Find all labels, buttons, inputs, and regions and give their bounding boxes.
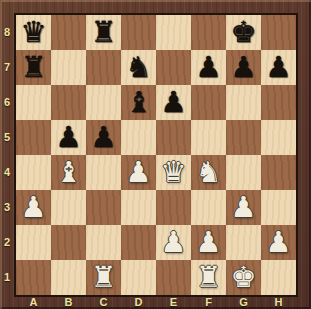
square-g2[interactable] bbox=[226, 225, 261, 260]
square-h7[interactable]: ♟ bbox=[261, 50, 296, 85]
rank-label-1: 1 bbox=[0, 260, 14, 295]
square-g7[interactable]: ♟ bbox=[226, 50, 261, 85]
piece-black-pawn[interactable]: ♟ bbox=[161, 88, 187, 117]
piece-white-queen[interactable]: ♛ bbox=[161, 158, 187, 187]
square-e1[interactable] bbox=[156, 260, 191, 295]
piece-white-pawn[interactable]: ♟ bbox=[21, 193, 47, 222]
square-g3[interactable]: ♟ bbox=[226, 190, 261, 225]
file-label-c: C bbox=[86, 296, 121, 309]
square-b7[interactable] bbox=[51, 50, 86, 85]
square-e4[interactable]: ♛ bbox=[156, 155, 191, 190]
file-label-a: A bbox=[16, 296, 51, 309]
file-label-e: E bbox=[156, 296, 191, 309]
square-d1[interactable] bbox=[121, 260, 156, 295]
square-h8[interactable] bbox=[261, 15, 296, 50]
piece-white-bishop[interactable]: ♝ bbox=[56, 158, 82, 187]
square-c2[interactable] bbox=[86, 225, 121, 260]
square-d2[interactable] bbox=[121, 225, 156, 260]
rank-label-7: 7 bbox=[0, 50, 14, 85]
square-c4[interactable] bbox=[86, 155, 121, 190]
piece-black-pawn[interactable]: ♟ bbox=[231, 53, 257, 82]
square-c8[interactable]: ♜ bbox=[86, 15, 121, 50]
square-e3[interactable] bbox=[156, 190, 191, 225]
piece-white-rook[interactable]: ♜ bbox=[91, 263, 117, 292]
square-g1[interactable]: ♚ bbox=[226, 260, 261, 295]
square-a2[interactable] bbox=[16, 225, 51, 260]
square-c1[interactable]: ♜ bbox=[86, 260, 121, 295]
square-a1[interactable] bbox=[16, 260, 51, 295]
piece-white-pawn[interactable]: ♟ bbox=[196, 228, 222, 257]
piece-black-king[interactable]: ♚ bbox=[231, 18, 257, 47]
file-label-b: B bbox=[51, 296, 86, 309]
chess-board: ♛♜♚♜♞♟♟♟♝♟♟♟♝♟♛♞♟♟♟♟♟♜♜♚ bbox=[14, 13, 298, 297]
square-f2[interactable]: ♟ bbox=[191, 225, 226, 260]
piece-black-rook[interactable]: ♜ bbox=[91, 18, 117, 47]
square-c5[interactable]: ♟ bbox=[86, 120, 121, 155]
piece-black-queen[interactable]: ♛ bbox=[21, 18, 47, 47]
square-e8[interactable] bbox=[156, 15, 191, 50]
square-a3[interactable]: ♟ bbox=[16, 190, 51, 225]
square-g6[interactable] bbox=[226, 85, 261, 120]
square-b2[interactable] bbox=[51, 225, 86, 260]
rank-label-2: 2 bbox=[0, 225, 14, 260]
file-label-f: F bbox=[191, 296, 226, 309]
piece-white-pawn[interactable]: ♟ bbox=[231, 193, 257, 222]
square-d8[interactable] bbox=[121, 15, 156, 50]
piece-white-rook[interactable]: ♜ bbox=[196, 263, 222, 292]
square-g5[interactable] bbox=[226, 120, 261, 155]
square-d6[interactable]: ♝ bbox=[121, 85, 156, 120]
square-g8[interactable]: ♚ bbox=[226, 15, 261, 50]
rank-label-3: 3 bbox=[0, 190, 14, 225]
square-b4[interactable]: ♝ bbox=[51, 155, 86, 190]
square-f6[interactable] bbox=[191, 85, 226, 120]
piece-white-king[interactable]: ♚ bbox=[231, 263, 257, 292]
square-e6[interactable]: ♟ bbox=[156, 85, 191, 120]
square-b3[interactable] bbox=[51, 190, 86, 225]
square-h4[interactable] bbox=[261, 155, 296, 190]
square-f7[interactable]: ♟ bbox=[191, 50, 226, 85]
square-d7[interactable]: ♞ bbox=[121, 50, 156, 85]
square-a4[interactable] bbox=[16, 155, 51, 190]
piece-white-knight[interactable]: ♞ bbox=[196, 158, 222, 187]
piece-black-knight[interactable]: ♞ bbox=[126, 53, 152, 82]
square-a5[interactable] bbox=[16, 120, 51, 155]
square-f3[interactable] bbox=[191, 190, 226, 225]
square-a6[interactable] bbox=[16, 85, 51, 120]
chess-board-frame: ♛♜♚♜♞♟♟♟♝♟♟♟♝♟♛♞♟♟♟♟♟♜♜♚ 87654321ABCDEFG… bbox=[0, 0, 311, 309]
rank-label-8: 8 bbox=[0, 15, 14, 50]
square-c3[interactable] bbox=[86, 190, 121, 225]
square-f5[interactable] bbox=[191, 120, 226, 155]
square-b8[interactable] bbox=[51, 15, 86, 50]
rank-label-6: 6 bbox=[0, 85, 14, 120]
file-label-g: G bbox=[226, 296, 261, 309]
square-b6[interactable] bbox=[51, 85, 86, 120]
square-b5[interactable]: ♟ bbox=[51, 120, 86, 155]
file-label-d: D bbox=[121, 296, 156, 309]
piece-black-bishop[interactable]: ♝ bbox=[126, 88, 152, 117]
piece-black-pawn[interactable]: ♟ bbox=[196, 53, 222, 82]
square-c6[interactable] bbox=[86, 85, 121, 120]
piece-black-pawn[interactable]: ♟ bbox=[56, 123, 82, 152]
square-h1[interactable] bbox=[261, 260, 296, 295]
square-a8[interactable]: ♛ bbox=[16, 15, 51, 50]
square-a7[interactable]: ♜ bbox=[16, 50, 51, 85]
square-h3[interactable] bbox=[261, 190, 296, 225]
piece-white-pawn[interactable]: ♟ bbox=[126, 158, 152, 187]
square-d4[interactable]: ♟ bbox=[121, 155, 156, 190]
square-b1[interactable] bbox=[51, 260, 86, 295]
square-c7[interactable] bbox=[86, 50, 121, 85]
file-label-h: H bbox=[261, 296, 296, 309]
piece-white-pawn[interactable]: ♟ bbox=[161, 228, 187, 257]
rank-label-4: 4 bbox=[0, 155, 14, 190]
piece-black-rook[interactable]: ♜ bbox=[21, 53, 47, 82]
square-h2[interactable]: ♟ bbox=[261, 225, 296, 260]
square-f4[interactable]: ♞ bbox=[191, 155, 226, 190]
square-f8[interactable] bbox=[191, 15, 226, 50]
square-e7[interactable] bbox=[156, 50, 191, 85]
square-f1[interactable]: ♜ bbox=[191, 260, 226, 295]
square-d5[interactable] bbox=[121, 120, 156, 155]
piece-black-pawn[interactable]: ♟ bbox=[91, 123, 117, 152]
square-e5[interactable] bbox=[156, 120, 191, 155]
piece-white-pawn[interactable]: ♟ bbox=[266, 228, 292, 257]
square-g4[interactable] bbox=[226, 155, 261, 190]
square-h5[interactable] bbox=[261, 120, 296, 155]
square-e2[interactable]: ♟ bbox=[156, 225, 191, 260]
square-d3[interactable] bbox=[121, 190, 156, 225]
rank-label-5: 5 bbox=[0, 120, 14, 155]
piece-black-pawn[interactable]: ♟ bbox=[266, 53, 292, 82]
square-h6[interactable] bbox=[261, 85, 296, 120]
